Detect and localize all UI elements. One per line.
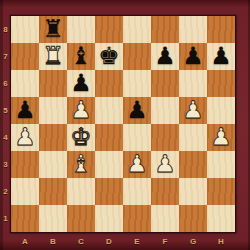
piece-black-pawn[interactable]: ♟ (154, 43, 176, 70)
rank-label-8: 8 (0, 16, 11, 43)
square-b7[interactable]: ♜ (39, 43, 67, 70)
chess-board-window: 8 7 6 5 4 3 2 1 ♜♜♝♚♟♟♟♟♟♟♟♟♟♚♟♝♟♟ A B C… (0, 0, 250, 250)
square-b3[interactable] (39, 151, 67, 178)
square-e6[interactable] (123, 70, 151, 97)
square-b8[interactable]: ♜ (39, 16, 67, 43)
rank-label-1: 1 (0, 205, 11, 232)
square-f3[interactable]: ♟ (151, 151, 179, 178)
square-c7[interactable]: ♝ (67, 43, 95, 70)
square-e3[interactable]: ♟ (123, 151, 151, 178)
square-g6[interactable] (179, 70, 207, 97)
square-a4[interactable]: ♟ (11, 124, 39, 151)
rank-label-5: 5 (0, 97, 11, 124)
rank-label-2: 2 (0, 178, 11, 205)
square-h8[interactable] (207, 16, 235, 43)
square-f6[interactable] (151, 70, 179, 97)
piece-black-pawn[interactable]: ♟ (182, 43, 204, 70)
square-g8[interactable] (179, 16, 207, 43)
square-h6[interactable] (207, 70, 235, 97)
piece-white-pawn[interactable]: ♟ (70, 97, 92, 124)
square-d5[interactable] (95, 97, 123, 124)
square-d4[interactable] (95, 124, 123, 151)
rank-label-6: 6 (0, 70, 11, 97)
rank-label-3: 3 (0, 151, 11, 178)
square-e4[interactable] (123, 124, 151, 151)
square-e5[interactable]: ♟ (123, 97, 151, 124)
piece-white-rook[interactable]: ♜ (42, 43, 64, 70)
square-f5[interactable] (151, 97, 179, 124)
rank-label-7: 7 (0, 43, 11, 70)
square-h1[interactable] (207, 205, 235, 232)
piece-white-bishop[interactable]: ♝ (70, 151, 92, 178)
square-a6[interactable] (11, 70, 39, 97)
square-a5[interactable]: ♟ (11, 97, 39, 124)
piece-white-king[interactable]: ♚ (70, 124, 92, 151)
square-h2[interactable] (207, 178, 235, 205)
square-g1[interactable] (179, 205, 207, 232)
square-e1[interactable] (123, 205, 151, 232)
piece-black-pawn[interactable]: ♟ (70, 70, 92, 97)
square-d3[interactable] (95, 151, 123, 178)
piece-black-pawn[interactable]: ♟ (14, 97, 36, 124)
square-e8[interactable] (123, 16, 151, 43)
piece-white-pawn[interactable]: ♟ (14, 124, 36, 151)
square-d1[interactable] (95, 205, 123, 232)
square-g4[interactable] (179, 124, 207, 151)
square-b5[interactable] (39, 97, 67, 124)
square-c8[interactable] (67, 16, 95, 43)
square-a2[interactable] (11, 178, 39, 205)
piece-black-king[interactable]: ♚ (98, 43, 120, 70)
square-g3[interactable] (179, 151, 207, 178)
square-d2[interactable] (95, 178, 123, 205)
square-c1[interactable] (67, 205, 95, 232)
piece-black-pawn[interactable]: ♟ (210, 43, 232, 70)
square-h3[interactable] (207, 151, 235, 178)
square-c4[interactable]: ♚ (67, 124, 95, 151)
chess-board: ♜♜♝♚♟♟♟♟♟♟♟♟♟♚♟♝♟♟ (11, 16, 235, 232)
piece-white-pawn[interactable]: ♟ (210, 124, 232, 151)
square-f2[interactable] (151, 178, 179, 205)
piece-white-pawn[interactable]: ♟ (154, 151, 176, 178)
piece-white-pawn[interactable]: ♟ (126, 151, 148, 178)
file-label-d: D (95, 232, 123, 250)
file-label-h: H (207, 232, 235, 250)
square-d6[interactable] (95, 70, 123, 97)
square-f8[interactable] (151, 16, 179, 43)
square-c3[interactable]: ♝ (67, 151, 95, 178)
square-g5[interactable]: ♟ (179, 97, 207, 124)
square-d7[interactable]: ♚ (95, 43, 123, 70)
square-a7[interactable] (11, 43, 39, 70)
square-b1[interactable] (39, 205, 67, 232)
file-label-b: B (39, 232, 67, 250)
rank-labels: 8 7 6 5 4 3 2 1 (0, 16, 11, 232)
square-f1[interactable] (151, 205, 179, 232)
piece-black-bishop[interactable]: ♝ (70, 43, 92, 70)
square-b2[interactable] (39, 178, 67, 205)
square-c5[interactable]: ♟ (67, 97, 95, 124)
square-d8[interactable] (95, 16, 123, 43)
square-h4[interactable]: ♟ (207, 124, 235, 151)
square-a3[interactable] (11, 151, 39, 178)
square-e2[interactable] (123, 178, 151, 205)
square-c6[interactable]: ♟ (67, 70, 95, 97)
rank-label-4: 4 (0, 124, 11, 151)
square-h5[interactable] (207, 97, 235, 124)
file-label-g: G (179, 232, 207, 250)
square-g2[interactable] (179, 178, 207, 205)
file-label-e: E (123, 232, 151, 250)
piece-black-rook[interactable]: ♜ (42, 16, 64, 43)
file-label-a: A (11, 232, 39, 250)
file-label-f: F (151, 232, 179, 250)
square-f7[interactable]: ♟ (151, 43, 179, 70)
square-h7[interactable]: ♟ (207, 43, 235, 70)
square-e7[interactable] (123, 43, 151, 70)
square-g7[interactable]: ♟ (179, 43, 207, 70)
square-a8[interactable] (11, 16, 39, 43)
piece-white-pawn[interactable]: ♟ (182, 97, 204, 124)
piece-black-pawn[interactable]: ♟ (126, 97, 148, 124)
square-b6[interactable] (39, 70, 67, 97)
file-labels: A B C D E F G H (11, 232, 235, 250)
square-f4[interactable] (151, 124, 179, 151)
square-c2[interactable] (67, 178, 95, 205)
file-label-c: C (67, 232, 95, 250)
square-a1[interactable] (11, 205, 39, 232)
square-b4[interactable] (39, 124, 67, 151)
